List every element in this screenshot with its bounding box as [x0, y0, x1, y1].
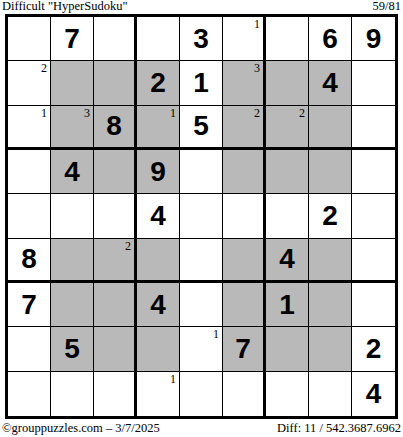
given-digit: 3	[193, 25, 209, 53]
copyright-date: ©grouppuzzles.com – 3/7/2025	[2, 421, 160, 436]
cell-r4c5[interactable]	[180, 150, 223, 194]
given-digit: 5	[193, 112, 209, 140]
given-digit: 1	[279, 291, 295, 319]
cell-r3c4[interactable]: 1	[137, 106, 180, 150]
cell-r7c2[interactable]	[51, 283, 94, 327]
cell-r2c3[interactable]	[94, 61, 137, 105]
cell-r1c4[interactable]	[137, 17, 180, 61]
cell-r8c4[interactable]	[137, 327, 180, 371]
pencil-mark: 2	[125, 239, 131, 253]
cell-r4c7[interactable]	[266, 150, 309, 194]
cell-r3c2[interactable]: 3	[51, 106, 94, 150]
cell-r7c9[interactable]	[352, 283, 395, 327]
given-digit: 1	[193, 69, 209, 97]
cell-r1c2[interactable]: 7	[51, 17, 94, 61]
cell-r8c2[interactable]: 5	[51, 327, 94, 371]
given-digit: 4	[366, 380, 382, 408]
cell-r5c5[interactable]	[180, 194, 223, 238]
cell-r7c7[interactable]: 1	[266, 283, 309, 327]
cell-r1c9[interactable]: 9	[352, 17, 395, 61]
cell-r9c1[interactable]	[8, 372, 51, 416]
cell-r2c7[interactable]	[266, 61, 309, 105]
cell-r7c3[interactable]	[94, 283, 137, 327]
cell-r3c6[interactable]: 2	[223, 106, 266, 150]
cell-r5c8[interactable]: 2	[309, 194, 352, 238]
cell-r8c1[interactable]	[8, 327, 51, 371]
given-digit: 8	[106, 112, 122, 140]
cell-r6c5[interactable]	[180, 239, 223, 283]
cell-r1c1[interactable]	[8, 17, 51, 61]
cell-r8c6[interactable]: 7	[223, 327, 266, 371]
pencil-mark: 1	[254, 17, 260, 31]
footer: ©grouppuzzles.com – 3/7/2025 Diff: 11 / …	[0, 421, 403, 436]
cell-r2c6[interactable]: 3	[223, 61, 266, 105]
given-digit: 2	[150, 69, 166, 97]
cell-r6c1[interactable]: 8	[8, 239, 51, 283]
cell-r7c6[interactable]	[223, 283, 266, 327]
sudoku-grid: 731692213413815224942824741517214	[5, 14, 398, 419]
cell-r4c6[interactable]	[223, 150, 266, 194]
cell-r2c4[interactable]: 2	[137, 61, 180, 105]
cell-r4c2[interactable]: 4	[51, 150, 94, 194]
cell-r1c5[interactable]: 3	[180, 17, 223, 61]
difficulty-rating: Diff: 11 / 542.3687.6962	[277, 421, 401, 436]
given-digit: 4	[322, 69, 338, 97]
cell-r6c7[interactable]: 4	[266, 239, 309, 283]
pencil-mark: 3	[84, 106, 90, 120]
cell-r3c9[interactable]	[352, 106, 395, 150]
cell-r2c8[interactable]: 4	[309, 61, 352, 105]
cell-r6c3[interactable]: 2	[94, 239, 137, 283]
cell-r6c8[interactable]	[309, 239, 352, 283]
cell-r9c2[interactable]	[51, 372, 94, 416]
pencil-mark: 1	[170, 106, 176, 120]
cell-r3c7[interactable]: 2	[266, 106, 309, 150]
cell-r1c8[interactable]: 6	[309, 17, 352, 61]
cell-r1c6[interactable]: 1	[223, 17, 266, 61]
cell-r3c5[interactable]: 5	[180, 106, 223, 150]
cell-r2c5[interactable]: 1	[180, 61, 223, 105]
cell-r7c5[interactable]	[180, 283, 223, 327]
given-digit: 4	[150, 291, 166, 319]
given-digit: 7	[21, 291, 37, 319]
cell-r4c9[interactable]	[352, 150, 395, 194]
cell-r7c4[interactable]: 4	[137, 283, 180, 327]
cell-r9c8[interactable]	[309, 372, 352, 416]
cell-r4c1[interactable]	[8, 150, 51, 194]
given-digit: 4	[150, 202, 166, 230]
cell-r8c3[interactable]	[94, 327, 137, 371]
given-digit: 2	[366, 335, 382, 363]
cell-r5c7[interactable]	[266, 194, 309, 238]
cell-r8c5[interactable]: 1	[180, 327, 223, 371]
puzzle-title: Difficult "HyperSudoku"	[2, 0, 128, 13]
pencil-mark: 3	[254, 61, 260, 75]
given-digit: 9	[150, 158, 166, 186]
cell-r8c9[interactable]: 2	[352, 327, 395, 371]
cell-r6c9[interactable]	[352, 239, 395, 283]
header: Difficult "HyperSudoku" 59/81	[0, 0, 403, 14]
cell-r8c8[interactable]	[309, 327, 352, 371]
cell-r2c2[interactable]	[51, 61, 94, 105]
given-digit: 8	[21, 245, 37, 273]
cell-r3c8[interactable]	[309, 106, 352, 150]
cell-r9c9[interactable]: 4	[352, 372, 395, 416]
cell-r5c2[interactable]	[51, 194, 94, 238]
cell-r5c1[interactable]	[8, 194, 51, 238]
cell-r6c2[interactable]	[51, 239, 94, 283]
cell-r3c1[interactable]: 1	[8, 106, 51, 150]
pencil-mark: 2	[254, 106, 260, 120]
cell-r5c4[interactable]: 4	[137, 194, 180, 238]
pencil-mark: 1	[213, 327, 219, 341]
cell-r9c5[interactable]	[180, 372, 223, 416]
pencil-mark: 1	[170, 372, 176, 386]
pencil-mark: 2	[41, 61, 47, 75]
cell-r6c4[interactable]	[137, 239, 180, 283]
cell-r1c3[interactable]	[94, 17, 137, 61]
given-digit: 5	[64, 335, 80, 363]
given-digit: 6	[322, 25, 338, 53]
cell-r8c7[interactable]	[266, 327, 309, 371]
cell-r6c6[interactable]	[223, 239, 266, 283]
cell-r7c8[interactable]	[309, 283, 352, 327]
cell-r9c3[interactable]	[94, 372, 137, 416]
cell-r4c3[interactable]	[94, 150, 137, 194]
cell-r9c4[interactable]: 1	[137, 372, 180, 416]
given-digit: 7	[235, 335, 251, 363]
cell-r2c1[interactable]: 2	[8, 61, 51, 105]
given-digit: 4	[64, 158, 80, 186]
cell-r5c6[interactable]	[223, 194, 266, 238]
given-digit: 4	[279, 245, 295, 273]
cell-r4c4[interactable]: 9	[137, 150, 180, 194]
progress-counter: 59/81	[373, 0, 401, 13]
pencil-mark: 2	[299, 106, 305, 120]
given-digit: 7	[64, 25, 80, 53]
given-digit: 2	[322, 202, 338, 230]
cell-r9c7[interactable]	[266, 372, 309, 416]
cell-r7c1[interactable]: 7	[8, 283, 51, 327]
cell-r1c7[interactable]	[266, 17, 309, 61]
cell-r2c9[interactable]	[352, 61, 395, 105]
cell-r5c9[interactable]	[352, 194, 395, 238]
cell-r4c8[interactable]	[309, 150, 352, 194]
pencil-mark: 1	[41, 106, 47, 120]
cell-r3c3[interactable]: 8	[94, 106, 137, 150]
cell-r5c3[interactable]	[94, 194, 137, 238]
cell-r9c6[interactable]	[223, 372, 266, 416]
given-digit: 9	[366, 25, 382, 53]
